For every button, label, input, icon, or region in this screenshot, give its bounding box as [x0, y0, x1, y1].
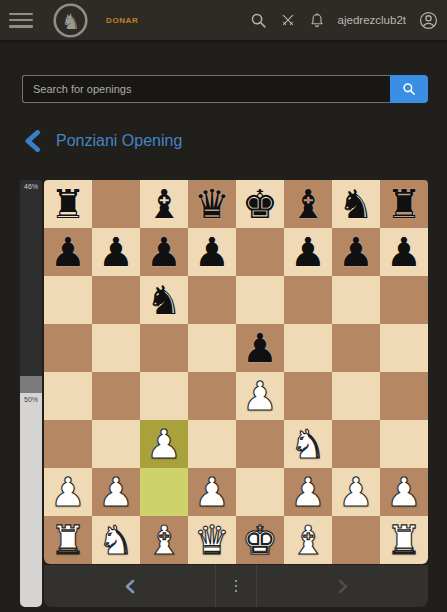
square-e8[interactable]: ♚: [236, 180, 284, 228]
chess-board: ♜♝♛♚♝♞♜♟♟♟♟♟♟♟♞♟♟♟♞♟♟♟♟♟♟♜♞♝♛♚♝♜: [44, 180, 428, 564]
white-rook[interactable]: ♜: [50, 516, 86, 564]
board-column: ♜♝♛♚♝♞♜♟♟♟♟♟♟♟♞♟♟♟♞♟♟♟♟♟♟♜♞♝♛♚♝♜: [44, 180, 428, 607]
username-link[interactable]: ajedrezclub2t: [338, 14, 406, 26]
opening-title-link[interactable]: Ponziani Opening: [24, 130, 182, 152]
white-pawn[interactable]: ♟: [386, 468, 422, 516]
square-e7[interactable]: [236, 228, 284, 276]
square-e2[interactable]: [236, 468, 284, 516]
square-g2[interactable]: ♟: [332, 468, 380, 516]
hamburger-menu-icon[interactable]: [9, 13, 33, 28]
black-pawn[interactable]: ♟: [50, 228, 86, 276]
black-rook[interactable]: ♜: [50, 180, 86, 228]
winrate-white: 50%: [20, 393, 42, 607]
square-e4[interactable]: ♟: [236, 372, 284, 420]
square-c3[interactable]: ♟: [140, 420, 188, 468]
square-c7[interactable]: ♟: [140, 228, 188, 276]
square-d1[interactable]: ♛: [188, 516, 236, 564]
crossed-swords-icon[interactable]: [280, 12, 296, 28]
white-pawn[interactable]: ♟: [194, 468, 230, 516]
square-g6[interactable]: [332, 276, 380, 324]
square-e5[interactable]: ♟: [236, 324, 284, 372]
move-nav-bar: [44, 565, 428, 607]
square-h2[interactable]: ♟: [380, 468, 428, 516]
square-c2[interactable]: [140, 468, 188, 516]
square-e1[interactable]: ♚: [236, 516, 284, 564]
square-a4[interactable]: [44, 372, 92, 420]
square-b7[interactable]: ♟: [92, 228, 140, 276]
top-bar: ♞ DONAR aj: [0, 0, 447, 40]
square-c5[interactable]: [140, 324, 188, 372]
square-a6[interactable]: [44, 276, 92, 324]
square-b4[interactable]: [92, 372, 140, 420]
square-h6[interactable]: [380, 276, 428, 324]
square-f7[interactable]: ♟: [284, 228, 332, 276]
white-pawn[interactable]: ♟: [98, 468, 134, 516]
square-d8[interactable]: ♛: [188, 180, 236, 228]
white-knight[interactable]: ♞: [290, 420, 326, 468]
winrate-black: 46%: [20, 180, 42, 376]
notifications-bell-icon[interactable]: [309, 12, 325, 28]
black-pawn[interactable]: ♟: [194, 228, 230, 276]
site-logo-horse-icon[interactable]: ♞: [52, 2, 89, 39]
square-h5[interactable]: [380, 324, 428, 372]
square-d4[interactable]: [188, 372, 236, 420]
svg-text:♞: ♞: [62, 9, 81, 33]
square-f8[interactable]: ♝: [284, 180, 332, 228]
winrate-black-label: 46%: [24, 183, 38, 190]
black-pawn[interactable]: ♟: [338, 228, 374, 276]
square-g4[interactable]: [332, 372, 380, 420]
openings-search-row: [22, 75, 428, 103]
black-knight[interactable]: ♞: [146, 276, 182, 324]
square-a8[interactable]: ♜: [44, 180, 92, 228]
chevron-right-icon: [337, 579, 349, 594]
square-f1[interactable]: ♝: [284, 516, 332, 564]
square-g1[interactable]: [332, 516, 380, 564]
openings-search-input[interactable]: [22, 75, 390, 103]
square-b1[interactable]: ♞: [92, 516, 140, 564]
white-pawn[interactable]: ♟: [338, 468, 374, 516]
black-pawn[interactable]: ♟: [386, 228, 422, 276]
black-rook[interactable]: ♜: [386, 180, 422, 228]
white-pawn[interactable]: ♟: [242, 372, 278, 420]
nav-forward-button[interactable]: [256, 565, 428, 607]
board-area: 46% 50% ♜♝♛♚♝♞♜♟♟♟♟♟♟♟♞♟♟♟♞♟♟♟♟♟♟♜♞♝♛♚♝♜: [20, 180, 428, 607]
chevron-left-icon: [124, 579, 136, 594]
square-f2[interactable]: ♟: [284, 468, 332, 516]
square-a5[interactable]: [44, 324, 92, 372]
black-knight[interactable]: ♞: [338, 180, 374, 228]
square-b6[interactable]: [92, 276, 140, 324]
square-g7[interactable]: ♟: [332, 228, 380, 276]
square-d7[interactable]: ♟: [188, 228, 236, 276]
page-title: Ponziani Opening: [56, 132, 182, 150]
white-pawn[interactable]: ♟: [50, 468, 86, 516]
square-c8[interactable]: ♝: [140, 180, 188, 228]
back-chevron-icon[interactable]: [24, 130, 41, 152]
square-h4[interactable]: [380, 372, 428, 420]
square-c4[interactable]: [140, 372, 188, 420]
donate-link[interactable]: DONAR: [106, 16, 138, 25]
square-c6[interactable]: ♞: [140, 276, 188, 324]
square-a7[interactable]: ♟: [44, 228, 92, 276]
vertical-ellipsis-icon: [235, 580, 238, 593]
square-e3[interactable]: [236, 420, 284, 468]
square-h8[interactable]: ♜: [380, 180, 428, 228]
black-pawn[interactable]: ♟: [146, 228, 182, 276]
square-b3[interactable]: [92, 420, 140, 468]
square-g5[interactable]: [332, 324, 380, 372]
magnifier-icon: [402, 82, 416, 96]
square-g8[interactable]: ♞: [332, 180, 380, 228]
white-king[interactable]: ♚: [242, 516, 278, 564]
square-f4[interactable]: [284, 372, 332, 420]
openings-search-button[interactable]: [390, 75, 428, 103]
square-d2[interactable]: ♟: [188, 468, 236, 516]
avatar-icon[interactable]: [419, 11, 438, 30]
square-b8[interactable]: [92, 180, 140, 228]
square-g3[interactable]: [332, 420, 380, 468]
square-c1[interactable]: ♝: [140, 516, 188, 564]
black-pawn[interactable]: ♟: [242, 324, 278, 372]
square-f5[interactable]: [284, 324, 332, 372]
square-h1[interactable]: ♜: [380, 516, 428, 564]
square-b2[interactable]: ♟: [92, 468, 140, 516]
square-h7[interactable]: ♟: [380, 228, 428, 276]
white-bishop[interactable]: ♝: [146, 516, 182, 564]
square-a3[interactable]: [44, 420, 92, 468]
square-b5[interactable]: [92, 324, 140, 372]
black-pawn[interactable]: ♟: [290, 228, 326, 276]
black-bishop[interactable]: ♝: [290, 180, 326, 228]
black-bishop[interactable]: ♝: [146, 180, 182, 228]
square-d5[interactable]: [188, 324, 236, 372]
top-bar-right: ajedrezclub2t: [250, 11, 438, 30]
square-e6[interactable]: [236, 276, 284, 324]
black-queen[interactable]: ♛: [194, 180, 230, 228]
opening-explorer-page: ♞ DONAR aj: [0, 0, 447, 612]
white-pawn[interactable]: ♟: [146, 420, 182, 468]
square-f3[interactable]: ♞: [284, 420, 332, 468]
white-rook[interactable]: ♜: [386, 516, 422, 564]
winrate-draw: [20, 376, 42, 393]
square-f6[interactable]: [284, 276, 332, 324]
nav-menu-button[interactable]: [215, 565, 256, 607]
square-a1[interactable]: ♜: [44, 516, 92, 564]
search-icon[interactable]: [250, 12, 267, 29]
winrate-bar: 46% 50%: [20, 180, 42, 607]
nav-back-button[interactable]: [44, 565, 215, 607]
white-bishop[interactable]: ♝: [290, 516, 326, 564]
white-pawn[interactable]: ♟: [290, 468, 326, 516]
black-pawn[interactable]: ♟: [98, 228, 134, 276]
black-king[interactable]: ♚: [242, 180, 278, 228]
square-d6[interactable]: [188, 276, 236, 324]
white-queen[interactable]: ♛: [194, 516, 230, 564]
square-h3[interactable]: [380, 420, 428, 468]
square-d3[interactable]: [188, 420, 236, 468]
square-a2[interactable]: ♟: [44, 468, 92, 516]
white-knight[interactable]: ♞: [98, 516, 134, 564]
winrate-white-label: 50%: [24, 396, 38, 403]
